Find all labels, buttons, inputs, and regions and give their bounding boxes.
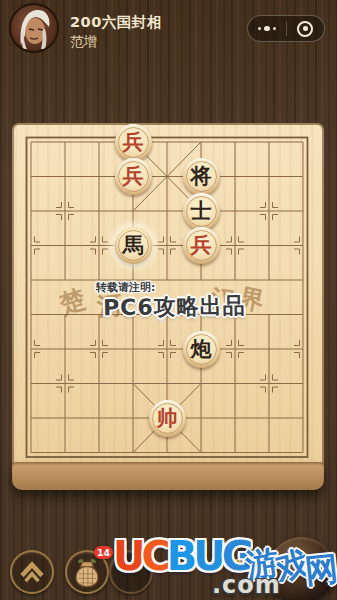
ucbug-letter: U — [193, 536, 221, 576]
piece-char: 帅 — [157, 407, 178, 428]
ucbug-letter: B — [167, 536, 194, 576]
piece-char: 将 — [191, 165, 212, 186]
exit-button[interactable] — [287, 16, 325, 41]
piece-black-士[interactable]: 士 — [183, 193, 220, 230]
hint-button[interactable] — [109, 550, 153, 594]
dark-sphere-button[interactable] — [268, 537, 335, 600]
piece-black-将[interactable]: 将 — [183, 158, 220, 195]
piece-red-兵[interactable]: 兵 — [115, 124, 152, 161]
chevron-up-icon — [12, 552, 52, 592]
piece-char: 兵 — [123, 165, 144, 186]
more-dots-icon — [258, 26, 276, 32]
player-avatar — [9, 3, 59, 53]
hint-cost-label: 50 — [224, 556, 242, 571]
piece-char: 兵 — [123, 131, 144, 152]
piece-char: 士 — [191, 200, 212, 221]
piece-char: 馬 — [123, 234, 144, 255]
miniprogram-capsule — [247, 15, 325, 42]
board-front-edge — [12, 462, 324, 490]
pc6-watermark: PC6攻略出品 — [103, 291, 246, 323]
piece-char: 炮 — [191, 338, 212, 359]
expand-button[interactable] — [10, 550, 54, 594]
level-title: 200六国封相 — [70, 13, 162, 32]
piece-red-帅[interactable]: 帅 — [149, 400, 186, 437]
coin-badge: 14 — [94, 546, 113, 559]
old-man-portrait-icon — [11, 5, 57, 51]
piece-char: 兵 — [191, 234, 212, 255]
target-icon — [297, 21, 313, 37]
piece-black-馬[interactable]: 馬 — [115, 227, 152, 264]
piece-red-兵[interactable]: 兵 — [115, 158, 152, 195]
piece-black-炮[interactable]: 炮 — [183, 331, 220, 368]
piece-red-兵[interactable]: 兵 — [183, 227, 220, 264]
more-button[interactable] — [248, 16, 286, 41]
level-subtitle: 范增 — [70, 33, 97, 51]
